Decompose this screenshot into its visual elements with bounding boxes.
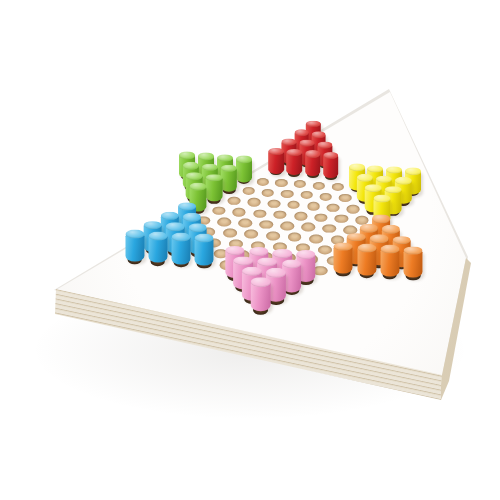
empty-hole[interactable]: [335, 215, 348, 224]
red-peg[interactable]: [287, 151, 303, 175]
empty-hole[interactable]: [332, 183, 344, 191]
red-peg[interactable]: [305, 152, 321, 176]
orange-peg[interactable]: [334, 245, 353, 274]
empty-hole[interactable]: [288, 233, 302, 242]
empty-hole[interactable]: [347, 205, 360, 213]
empty-hole[interactable]: [300, 191, 313, 199]
orange-peg[interactable]: [357, 246, 376, 275]
empty-hole[interactable]: [318, 245, 332, 254]
empty-hole[interactable]: [242, 187, 255, 195]
empty-hole[interactable]: [327, 204, 340, 212]
green-peg[interactable]: [206, 176, 223, 202]
green-peg[interactable]: [236, 158, 252, 183]
product-photo-scene: [0, 0, 500, 500]
blue-peg[interactable]: [148, 234, 167, 263]
empty-hole[interactable]: [314, 213, 327, 222]
empty-hole[interactable]: [281, 190, 294, 198]
empty-hole[interactable]: [322, 224, 336, 233]
empty-hole[interactable]: [274, 211, 287, 220]
empty-hole[interactable]: [287, 201, 300, 209]
empty-hole[interactable]: [301, 223, 315, 232]
empty-hole[interactable]: [212, 207, 225, 216]
empty-hole[interactable]: [247, 198, 260, 206]
orange-peg[interactable]: [380, 247, 399, 276]
empty-hole[interactable]: [294, 212, 307, 221]
blue-peg[interactable]: [195, 236, 214, 265]
empty-hole[interactable]: [266, 231, 280, 240]
empty-hole[interactable]: [339, 194, 352, 202]
blue-peg[interactable]: [125, 232, 144, 261]
empty-hole[interactable]: [320, 193, 333, 201]
empty-hole[interactable]: [267, 200, 280, 208]
empty-hole[interactable]: [253, 209, 266, 218]
empty-hole[interactable]: [227, 197, 240, 205]
empty-hole[interactable]: [233, 208, 246, 217]
empty-hole[interactable]: [294, 180, 306, 188]
empty-hole[interactable]: [238, 219, 252, 228]
empty-hole[interactable]: [280, 222, 294, 231]
empty-hole[interactable]: [244, 230, 258, 239]
empty-hole[interactable]: [259, 220, 273, 229]
empty-hole[interactable]: [309, 234, 323, 243]
red-peg[interactable]: [268, 150, 284, 174]
empty-hole[interactable]: [256, 178, 268, 186]
empty-hole[interactable]: [275, 179, 287, 187]
pink-peg[interactable]: [250, 280, 271, 312]
green-peg[interactable]: [221, 167, 237, 192]
empty-hole[interactable]: [223, 229, 237, 238]
star-hole-grid: [0, 0, 500, 500]
blue-peg[interactable]: [172, 235, 191, 264]
empty-hole[interactable]: [262, 189, 275, 197]
empty-hole[interactable]: [307, 202, 320, 210]
empty-hole[interactable]: [313, 182, 325, 190]
orange-peg[interactable]: [404, 249, 423, 278]
red-peg[interactable]: [323, 154, 339, 178]
empty-hole[interactable]: [217, 217, 231, 226]
